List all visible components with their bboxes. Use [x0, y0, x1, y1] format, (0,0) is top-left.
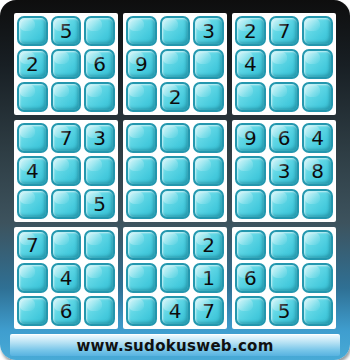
sudoku-board: 526392274734596438746214765 www.sudokusw…: [0, 0, 350, 360]
cell-r2c3[interactable]: 6: [84, 49, 115, 79]
block-7: 746: [14, 227, 118, 329]
cell-r8c7[interactable]: 6: [235, 263, 266, 293]
cell-r7c3[interactable]: [84, 230, 115, 260]
cell-r5c7[interactable]: [235, 156, 266, 186]
cell-r7c1[interactable]: 7: [17, 230, 48, 260]
cell-r9c4[interactable]: [126, 296, 157, 326]
footer-bar: www.sudokusweb.com: [10, 334, 340, 356]
cell-r4c4[interactable]: [126, 123, 157, 153]
cell-r8c3[interactable]: [84, 263, 115, 293]
cell-r2c8[interactable]: [269, 49, 300, 79]
block-1: 526: [14, 13, 118, 115]
cell-r7c4[interactable]: [126, 230, 157, 260]
cell-r3c1[interactable]: [17, 82, 48, 112]
block-4: 7345: [14, 120, 118, 222]
cell-r8c9[interactable]: [302, 263, 333, 293]
cell-r2c9[interactable]: [302, 49, 333, 79]
cell-r3c3[interactable]: [84, 82, 115, 112]
cell-r4c2[interactable]: 7: [51, 123, 82, 153]
cell-r9c6[interactable]: 7: [193, 296, 224, 326]
cell-r5c6[interactable]: [193, 156, 224, 186]
cell-r2c5[interactable]: [160, 49, 191, 79]
cell-r6c9[interactable]: [302, 189, 333, 219]
cell-r6c6[interactable]: [193, 189, 224, 219]
cell-r6c4[interactable]: [126, 189, 157, 219]
cell-r6c3[interactable]: 5: [84, 189, 115, 219]
cell-r7c7[interactable]: [235, 230, 266, 260]
cell-r5c4[interactable]: [126, 156, 157, 186]
cell-r6c2[interactable]: [51, 189, 82, 219]
cell-r5c2[interactable]: [51, 156, 82, 186]
cell-r6c8[interactable]: [269, 189, 300, 219]
cell-r3c9[interactable]: [302, 82, 333, 112]
cell-r8c5[interactable]: [160, 263, 191, 293]
cell-r1c5[interactable]: [160, 16, 191, 46]
cell-r8c4[interactable]: [126, 263, 157, 293]
cell-r2c2[interactable]: [51, 49, 82, 79]
cell-r9c7[interactable]: [235, 296, 266, 326]
cell-r3c6[interactable]: [193, 82, 224, 112]
cell-r1c6[interactable]: 3: [193, 16, 224, 46]
cell-r8c8[interactable]: [269, 263, 300, 293]
sudoku-grid: 526392274734596438746214765: [14, 13, 336, 329]
cell-r9c8[interactable]: 5: [269, 296, 300, 326]
cell-r5c1[interactable]: 4: [17, 156, 48, 186]
cell-r4c9[interactable]: 4: [302, 123, 333, 153]
cell-r2c1[interactable]: 2: [17, 49, 48, 79]
cell-r4c3[interactable]: 3: [84, 123, 115, 153]
cell-r9c1[interactable]: [17, 296, 48, 326]
cell-r7c5[interactable]: [160, 230, 191, 260]
cell-r9c9[interactable]: [302, 296, 333, 326]
block-9: 65: [232, 227, 336, 329]
cell-r2c4[interactable]: 9: [126, 49, 157, 79]
block-8: 2147: [123, 227, 227, 329]
cell-r1c9[interactable]: [302, 16, 333, 46]
cell-r6c7[interactable]: [235, 189, 266, 219]
cell-r6c5[interactable]: [160, 189, 191, 219]
cell-r3c2[interactable]: [51, 82, 82, 112]
cell-r4c8[interactable]: 6: [269, 123, 300, 153]
block-6: 96438: [232, 120, 336, 222]
cell-r9c5[interactable]: 4: [160, 296, 191, 326]
cell-r8c1[interactable]: [17, 263, 48, 293]
cell-r9c3[interactable]: [84, 296, 115, 326]
cell-r1c7[interactable]: 2: [235, 16, 266, 46]
cell-r2c6[interactable]: [193, 49, 224, 79]
cell-r2c7[interactable]: 4: [235, 49, 266, 79]
cell-r5c8[interactable]: 3: [269, 156, 300, 186]
cell-r3c7[interactable]: [235, 82, 266, 112]
cell-r5c9[interactable]: 8: [302, 156, 333, 186]
cell-r8c6[interactable]: 1: [193, 263, 224, 293]
cell-r1c1[interactable]: [17, 16, 48, 46]
cell-r1c2[interactable]: 5: [51, 16, 82, 46]
cell-r1c3[interactable]: [84, 16, 115, 46]
cell-r1c4[interactable]: [126, 16, 157, 46]
cell-r1c8[interactable]: 7: [269, 16, 300, 46]
cell-r4c7[interactable]: 9: [235, 123, 266, 153]
cell-r7c8[interactable]: [269, 230, 300, 260]
cell-r5c5[interactable]: [160, 156, 191, 186]
cell-r5c3[interactable]: [84, 156, 115, 186]
cell-r8c2[interactable]: 4: [51, 263, 82, 293]
cell-r7c6[interactable]: 2: [193, 230, 224, 260]
cell-r4c1[interactable]: [17, 123, 48, 153]
cell-r3c8[interactable]: [269, 82, 300, 112]
cell-r3c4[interactable]: [126, 82, 157, 112]
cell-r9c2[interactable]: 6: [51, 296, 82, 326]
cell-r4c6[interactable]: [193, 123, 224, 153]
cell-r3c5[interactable]: 2: [160, 82, 191, 112]
cell-r4c5[interactable]: [160, 123, 191, 153]
site-url[interactable]: www.sudokusweb.com: [76, 337, 273, 355]
block-5: [123, 120, 227, 222]
block-3: 274: [232, 13, 336, 115]
cell-r6c1[interactable]: [17, 189, 48, 219]
cell-r7c2[interactable]: [51, 230, 82, 260]
block-2: 392: [123, 13, 227, 115]
cell-r7c9[interactable]: [302, 230, 333, 260]
